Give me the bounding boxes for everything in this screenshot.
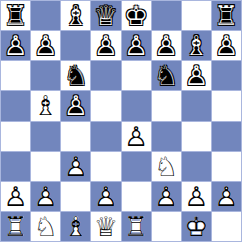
bishop-outline-glyph: ♗ [182, 31, 211, 60]
pawn-outline-glyph: ♙ [61, 152, 90, 181]
pawn-outline-glyph: ♙ [182, 61, 211, 90]
square-c5[interactable]: ♟♙ [61, 91, 90, 120]
square-f1[interactable] [152, 212, 181, 241]
square-h2[interactable]: ♟♙ [212, 182, 241, 211]
square-a3[interactable] [1, 152, 30, 181]
square-d5[interactable] [91, 91, 120, 120]
black-pawn[interactable]: ♟♙ [122, 31, 151, 60]
white-pawn[interactable]: ♟♙ [1, 182, 30, 211]
pawn-outline-glyph: ♙ [1, 182, 30, 211]
square-h6[interactable] [212, 61, 241, 90]
square-h4[interactable] [212, 122, 241, 151]
square-g8[interactable] [182, 1, 211, 30]
pawn-outline-glyph: ♙ [31, 31, 60, 60]
black-pawn[interactable]: ♟♙ [91, 31, 120, 60]
square-e5[interactable] [122, 91, 151, 120]
square-b1[interactable]: ♞♘ [31, 212, 60, 241]
rook-outline-glyph: ♖ [1, 212, 30, 241]
square-e4[interactable]: ♟♙ [122, 122, 151, 151]
knight-outline-glyph: ♘ [31, 212, 60, 241]
white-pawn[interactable]: ♟♙ [31, 182, 60, 211]
square-a6[interactable] [1, 61, 30, 90]
black-pawn[interactable]: ♟♙ [152, 31, 181, 60]
white-pawn[interactable]: ♟♙ [91, 182, 120, 211]
pawn-outline-glyph: ♙ [182, 182, 211, 211]
square-b7[interactable]: ♟♙ [31, 31, 60, 60]
black-queen[interactable]: ♛♕ [91, 1, 120, 30]
square-d3[interactable] [91, 152, 120, 181]
pawn-outline-glyph: ♙ [91, 31, 120, 60]
black-knight[interactable]: ♞♘ [61, 61, 90, 90]
white-king[interactable]: ♚♔ [182, 212, 211, 241]
square-f4[interactable] [152, 122, 181, 151]
knight-outline-glyph: ♘ [61, 61, 90, 90]
square-g3[interactable] [182, 152, 211, 181]
square-d2[interactable]: ♟♙ [91, 182, 120, 211]
black-bishop[interactable]: ♝♗ [182, 31, 211, 60]
square-b5[interactable]: ♝♗ [31, 91, 60, 120]
square-e8[interactable]: ♚♔ [122, 1, 151, 30]
square-c1[interactable]: ♝♗ [61, 212, 90, 241]
square-f5[interactable] [152, 91, 181, 120]
square-f6[interactable]: ♞♘ [152, 61, 181, 90]
queen-outline-glyph: ♕ [91, 212, 120, 241]
black-pawn[interactable]: ♟♙ [182, 61, 211, 90]
rook-outline-glyph: ♖ [122, 212, 151, 241]
square-e2[interactable] [122, 182, 151, 211]
pawn-outline-glyph: ♙ [31, 182, 60, 211]
square-h3[interactable] [212, 152, 241, 181]
square-e1[interactable]: ♜♖ [122, 212, 151, 241]
square-h1[interactable] [212, 212, 241, 241]
pawn-outline-glyph: ♙ [91, 182, 120, 211]
square-a8[interactable]: ♜♖ [1, 1, 30, 30]
square-d1[interactable]: ♛♕ [91, 212, 120, 241]
square-b4[interactable] [31, 122, 60, 151]
square-g1[interactable]: ♚♔ [182, 212, 211, 241]
pawn-outline-glyph: ♙ [1, 31, 30, 60]
square-g2[interactable]: ♟♙ [182, 182, 211, 211]
white-pawn[interactable]: ♟♙ [122, 122, 151, 151]
square-h5[interactable] [212, 91, 241, 120]
black-rook[interactable]: ♜♖ [212, 1, 241, 30]
pawn-outline-glyph: ♙ [61, 91, 90, 120]
square-d8[interactable]: ♛♕ [91, 1, 120, 30]
square-g4[interactable] [182, 122, 211, 151]
square-f8[interactable] [152, 1, 181, 30]
square-c6[interactable]: ♞♘ [61, 61, 90, 90]
chess-board: ♜♖♝♗♛♕♚♔♜♖♟♙♟♙♟♙♟♙♟♙♝♗♟♙♞♘♞♘♟♙♝♗♟♙♟♙♟♙♞♘… [0, 0, 242, 242]
square-h8[interactable]: ♜♖ [212, 1, 241, 30]
square-a2[interactable]: ♟♙ [1, 182, 30, 211]
square-d4[interactable] [91, 122, 120, 151]
square-a5[interactable] [1, 91, 30, 120]
white-knight[interactable]: ♞♘ [31, 212, 60, 241]
square-c2[interactable] [61, 182, 90, 211]
square-f2[interactable]: ♟♙ [152, 182, 181, 211]
square-h7[interactable]: ♟♙ [212, 31, 241, 60]
black-pawn[interactable]: ♟♙ [1, 31, 30, 60]
square-e3[interactable] [122, 152, 151, 181]
black-rook[interactable]: ♜♖ [1, 1, 30, 30]
pawn-outline-glyph: ♙ [212, 31, 241, 60]
white-bishop[interactable]: ♝♗ [61, 212, 90, 241]
white-pawn[interactable]: ♟♙ [61, 152, 90, 181]
square-b6[interactable] [31, 61, 60, 90]
pawn-outline-glyph: ♙ [212, 182, 241, 211]
bishop-outline-glyph: ♗ [61, 212, 90, 241]
king-outline-glyph: ♔ [182, 212, 211, 241]
black-bishop[interactable]: ♝♗ [61, 1, 90, 30]
white-pawn[interactable]: ♟♙ [212, 182, 241, 211]
square-c7[interactable] [61, 31, 90, 60]
square-b3[interactable] [31, 152, 60, 181]
white-rook[interactable]: ♜♖ [122, 212, 151, 241]
black-king[interactable]: ♚♔ [122, 1, 151, 30]
white-rook[interactable]: ♜♖ [1, 212, 30, 241]
square-c8[interactable]: ♝♗ [61, 1, 90, 30]
square-g6[interactable]: ♟♙ [182, 61, 211, 90]
square-b2[interactable]: ♟♙ [31, 182, 60, 211]
black-pawn[interactable]: ♟♙ [31, 31, 60, 60]
square-b8[interactable] [31, 1, 60, 30]
king-outline-glyph: ♔ [122, 1, 151, 30]
black-knight[interactable]: ♞♘ [152, 61, 181, 90]
white-queen[interactable]: ♛♕ [91, 212, 120, 241]
square-e6[interactable] [122, 61, 151, 90]
pawn-outline-glyph: ♙ [122, 122, 151, 151]
white-pawn[interactable]: ♟♙ [182, 182, 211, 211]
square-e7[interactable]: ♟♙ [122, 31, 151, 60]
black-pawn[interactable]: ♟♙ [212, 31, 241, 60]
black-pawn[interactable]: ♟♙ [61, 91, 90, 120]
square-f3[interactable]: ♞♘ [152, 152, 181, 181]
white-pawn[interactable]: ♟♙ [152, 182, 181, 211]
square-f7[interactable]: ♟♙ [152, 31, 181, 60]
queen-outline-glyph: ♕ [91, 1, 120, 30]
pawn-outline-glyph: ♙ [152, 182, 181, 211]
square-a4[interactable] [1, 122, 30, 151]
square-g7[interactable]: ♝♗ [182, 31, 211, 60]
rook-outline-glyph: ♖ [212, 1, 241, 30]
knight-outline-glyph: ♘ [152, 152, 181, 181]
square-c3[interactable]: ♟♙ [61, 152, 90, 181]
knight-outline-glyph: ♘ [152, 61, 181, 90]
square-a7[interactable]: ♟♙ [1, 31, 30, 60]
square-a1[interactable]: ♜♖ [1, 212, 30, 241]
square-d7[interactable]: ♟♙ [91, 31, 120, 60]
bishop-outline-glyph: ♗ [61, 1, 90, 30]
white-knight[interactable]: ♞♘ [152, 152, 181, 181]
bishop-outline-glyph: ♗ [31, 91, 60, 120]
pawn-outline-glyph: ♙ [152, 31, 181, 60]
square-g5[interactable] [182, 91, 211, 120]
rook-outline-glyph: ♖ [1, 1, 30, 30]
square-c4[interactable] [61, 122, 90, 151]
white-bishop[interactable]: ♝♗ [31, 91, 60, 120]
pawn-outline-glyph: ♙ [122, 31, 151, 60]
square-d6[interactable] [91, 61, 120, 90]
